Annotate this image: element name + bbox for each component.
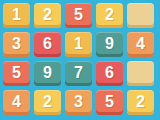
tile-r1c4[interactable]: 2 (96, 3, 123, 28)
tile-number: 4 (12, 94, 21, 110)
tile-r3c4[interactable]: 6 (96, 61, 123, 86)
tile-number: 3 (74, 94, 83, 110)
tile-number: 2 (136, 94, 145, 110)
tile-number: 5 (12, 65, 21, 81)
tile-r1c3[interactable]: 5 (65, 3, 92, 28)
tile-r1c1[interactable]: 1 (3, 3, 30, 28)
tile-number: 6 (43, 36, 52, 52)
tile-number: 5 (74, 7, 83, 23)
tile-r2c2[interactable]: 6 (34, 32, 61, 57)
tile-r2c4[interactable]: 9 (96, 32, 123, 57)
tile-number: 2 (43, 94, 52, 110)
tile-r3c1[interactable]: 5 (3, 61, 30, 86)
tile-number: 6 (105, 65, 114, 81)
tile-r4c3[interactable]: 3 (65, 90, 92, 115)
tile-r2c1[interactable]: 3 (3, 32, 30, 57)
tile-number: 7 (74, 65, 83, 81)
tile-number: 2 (43, 7, 52, 23)
tile-number: 9 (105, 36, 114, 52)
tile-number: 4 (136, 36, 145, 52)
tile-r3c3[interactable]: 7 (65, 61, 92, 86)
tile-number: 1 (12, 7, 21, 23)
tile-number: 3 (12, 36, 21, 52)
tile-number: 5 (105, 94, 114, 110)
tile-r2c5[interactable]: 4 (127, 32, 154, 57)
tile-number: 2 (105, 7, 114, 23)
tile-r4c1[interactable]: 4 (3, 90, 30, 115)
board: 125236194597642352 (0, 0, 160, 120)
empty-tile-r3c5 (127, 61, 154, 86)
tile-r2c3[interactable]: 1 (65, 32, 92, 57)
tile-number: 9 (43, 65, 52, 81)
tile-r3c2[interactable]: 9 (34, 61, 61, 86)
tile-r4c5[interactable]: 2 (127, 90, 154, 115)
tile-r1c2[interactable]: 2 (34, 3, 61, 28)
tile-number: 1 (74, 36, 83, 52)
tile-r4c2[interactable]: 2 (34, 90, 61, 115)
empty-tile-r1c5 (127, 3, 154, 28)
tile-r4c4[interactable]: 5 (96, 90, 123, 115)
